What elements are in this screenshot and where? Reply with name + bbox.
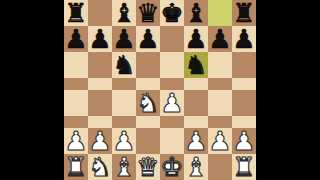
square-d3[interactable] [136,116,160,128]
chess-board: ♜♝♛♚♝♜♟♟♟♟♟♟♟♞♞♞♟♟♟♟♟♟♟♜♞♝♛♚♝♜ [64,0,256,180]
black-pawn-piece[interactable]: ♟ [232,26,255,52]
square-b8[interactable] [88,0,112,26]
square-d2[interactable] [136,128,160,154]
square-a5[interactable] [64,78,88,90]
square-e6[interactable] [160,52,184,78]
square-c5[interactable] [112,78,136,90]
square-h1[interactable]: ♜ [232,154,256,180]
square-e7[interactable] [160,26,184,52]
square-d1[interactable]: ♛ [136,154,160,180]
black-bishop-piece[interactable]: ♝ [184,0,207,26]
black-pawn-piece[interactable]: ♟ [208,26,231,52]
black-bishop-piece[interactable]: ♝ [112,0,135,26]
square-g6[interactable] [208,52,232,78]
square-h2[interactable]: ♟ [232,128,256,154]
letterbox-left [0,0,64,180]
square-a7[interactable]: ♟ [64,26,88,52]
square-b2[interactable]: ♟ [88,128,112,154]
square-e3[interactable] [160,116,184,128]
white-pawn-piece[interactable]: ♟ [232,128,255,154]
white-pawn-piece[interactable]: ♟ [112,128,135,154]
square-b1[interactable]: ♞ [88,154,112,180]
black-knight-piece[interactable]: ♞ [184,52,207,78]
black-pawn-piece[interactable]: ♟ [88,26,111,52]
black-pawn-piece[interactable]: ♟ [64,26,87,52]
white-knight-piece[interactable]: ♞ [88,154,111,180]
square-f1[interactable]: ♝ [184,154,208,180]
black-pawn-piece[interactable]: ♟ [112,26,135,52]
white-king-piece[interactable]: ♚ [160,154,183,180]
square-g1[interactable] [208,154,232,180]
square-e8[interactable]: ♚ [160,0,184,26]
square-c4[interactable] [112,90,136,116]
square-f5[interactable] [184,78,208,90]
square-c7[interactable]: ♟ [112,26,136,52]
square-h5[interactable] [232,78,256,90]
square-a4[interactable] [64,90,88,116]
square-d8[interactable]: ♛ [136,0,160,26]
white-knight-piece[interactable]: ♞ [136,90,159,116]
square-d7[interactable]: ♟ [136,26,160,52]
square-d6[interactable] [136,52,160,78]
square-h4[interactable] [232,90,256,116]
square-f8[interactable]: ♝ [184,0,208,26]
square-f2[interactable]: ♟ [184,128,208,154]
square-g8[interactable] [208,0,232,26]
black-rook-piece[interactable]: ♜ [232,0,255,26]
white-rook-piece[interactable]: ♜ [232,154,255,180]
letterbox-right [256,0,320,180]
white-bishop-piece[interactable]: ♝ [184,154,207,180]
square-f7[interactable]: ♟ [184,26,208,52]
square-d4[interactable]: ♞ [136,90,160,116]
square-f6[interactable]: ♞ [184,52,208,78]
white-pawn-piece[interactable]: ♟ [160,90,183,116]
square-a1[interactable]: ♜ [64,154,88,180]
square-h7[interactable]: ♟ [232,26,256,52]
square-c1[interactable]: ♝ [112,154,136,180]
white-pawn-piece[interactable]: ♟ [88,128,111,154]
square-g4[interactable] [208,90,232,116]
white-bishop-piece[interactable]: ♝ [112,154,135,180]
black-king-piece[interactable]: ♚ [160,0,183,26]
square-e4[interactable]: ♟ [160,90,184,116]
square-g5[interactable] [208,78,232,90]
square-e1[interactable]: ♚ [160,154,184,180]
square-a2[interactable]: ♟ [64,128,88,154]
square-b6[interactable] [88,52,112,78]
square-b7[interactable]: ♟ [88,26,112,52]
square-h8[interactable]: ♜ [232,0,256,26]
square-g7[interactable]: ♟ [208,26,232,52]
white-pawn-piece[interactable]: ♟ [184,128,207,154]
square-e2[interactable] [160,128,184,154]
black-rook-piece[interactable]: ♜ [64,0,87,26]
square-c8[interactable]: ♝ [112,0,136,26]
white-pawn-piece[interactable]: ♟ [208,128,231,154]
screen: ♜♝♛♚♝♜♟♟♟♟♟♟♟♞♞♞♟♟♟♟♟♟♟♜♞♝♛♚♝♜ [0,0,320,180]
square-b4[interactable] [88,90,112,116]
square-c2[interactable]: ♟ [112,128,136,154]
square-h6[interactable] [232,52,256,78]
white-pawn-piece[interactable]: ♟ [64,128,87,154]
white-queen-piece[interactable]: ♛ [136,154,159,180]
square-c6[interactable]: ♞ [112,52,136,78]
square-f4[interactable] [184,90,208,116]
black-queen-piece[interactable]: ♛ [136,0,159,26]
black-pawn-piece[interactable]: ♟ [184,26,207,52]
square-g2[interactable]: ♟ [208,128,232,154]
black-pawn-piece[interactable]: ♟ [136,26,159,52]
black-knight-piece[interactable]: ♞ [112,52,135,78]
square-b5[interactable] [88,78,112,90]
square-a6[interactable] [64,52,88,78]
square-a8[interactable]: ♜ [64,0,88,26]
white-rook-piece[interactable]: ♜ [64,154,87,180]
